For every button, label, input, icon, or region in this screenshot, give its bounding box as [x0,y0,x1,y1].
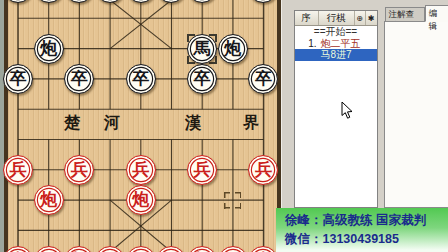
move-list-row[interactable]: 马8进7 [295,49,377,61]
annotation-edit-area[interactable] [384,21,448,208]
tab-annotation-view[interactable]: 注解查看 [385,7,425,22]
piece-black-馬[interactable]: 馬 [187,34,217,64]
piece-red-相[interactable]: 相 [187,246,217,252]
piece-black-卒[interactable]: 卒 [187,64,217,94]
mouse-cursor-icon [341,102,353,120]
header-note-icon: ⊕ [355,11,366,25]
piece-black-象[interactable]: 象 [64,0,94,3]
piece-red-炮[interactable]: 炮 [34,185,64,215]
piece-black-將[interactable]: 將 [126,0,156,3]
coach-wechat-line: 微信：13130439185 [285,230,448,249]
tab-edit[interactable]: 编辑 [425,5,448,22]
piece-red-車[interactable]: 車 [3,246,33,252]
piece-red-車[interactable]: 車 [248,246,278,252]
piece-black-馬[interactable]: 馬 [34,0,64,3]
piece-black-象[interactable]: 象 [187,0,217,3]
coach-title-line: 徐峰：高级教练 国家裁判 [285,211,448,230]
move-list-header: 序 行棋 ⊕ ✱ [295,11,377,26]
piece-black-士[interactable]: 士 [95,0,125,3]
piece-black-卒[interactable]: 卒 [64,64,94,94]
piece-black-卒[interactable]: 卒 [3,64,33,94]
board-point-marker [224,192,241,209]
move-list[interactable]: 序 行棋 ⊕ ✱ ==开始==1.炮二平五马8进7 [294,10,378,208]
piece-red-帥[interactable]: 帥 [126,246,156,252]
annotation-tabs: 注解查看 编辑 [385,7,448,22]
header-move: 行棋 [319,11,355,25]
piece-black-炮[interactable]: 炮 [218,34,248,64]
piece-red-馬[interactable]: 馬 [34,246,64,252]
piece-red-兵[interactable]: 兵 [64,155,94,185]
header-var-icon: ✱ [366,11,377,25]
piece-black-士[interactable]: 士 [156,0,186,3]
move-list-rows: ==开始==1.炮二平五马8进7 [295,26,377,61]
move-list-row[interactable]: ==开始== [295,26,377,38]
coach-contact-banner: 徐峰：高级教练 国家裁判 微信：13130439185 [276,208,448,252]
piece-red-相[interactable]: 相 [64,246,94,252]
piece-red-仕[interactable]: 仕 [95,246,125,252]
piece-black-車[interactable]: 車 [3,0,33,3]
piece-red-仕[interactable]: 仕 [156,246,186,252]
piece-black-車[interactable]: 車 [248,0,278,3]
piece-black-炮[interactable]: 炮 [34,34,64,64]
app-window: { "game": "xiangqi", "position": { "fen"… [0,0,448,252]
piece-red-炮[interactable]: 炮 [126,185,156,215]
pieces-grid: 車馬象士將士象車炮馬炮卒卒卒卒卒兵兵兵兵兵炮炮車馬相仕帥仕相馬車 [3,0,279,252]
xiangqi-board[interactable]: 楚 河 漢 界 車馬象士將士象車炮馬炮卒卒卒卒卒兵兵兵兵兵炮炮車馬相仕帥仕相馬車 [0,0,281,252]
piece-black-卒[interactable]: 卒 [126,64,156,94]
piece-red-兵[interactable]: 兵 [187,155,217,185]
header-index: 序 [295,11,319,25]
piece-red-兵[interactable]: 兵 [3,155,33,185]
piece-red-兵[interactable]: 兵 [126,155,156,185]
move-list-row[interactable]: 1.炮二平五 [295,38,377,50]
piece-black-卒[interactable]: 卒 [248,64,278,94]
piece-red-兵[interactable]: 兵 [248,155,278,185]
piece-red-馬[interactable]: 馬 [218,246,248,252]
